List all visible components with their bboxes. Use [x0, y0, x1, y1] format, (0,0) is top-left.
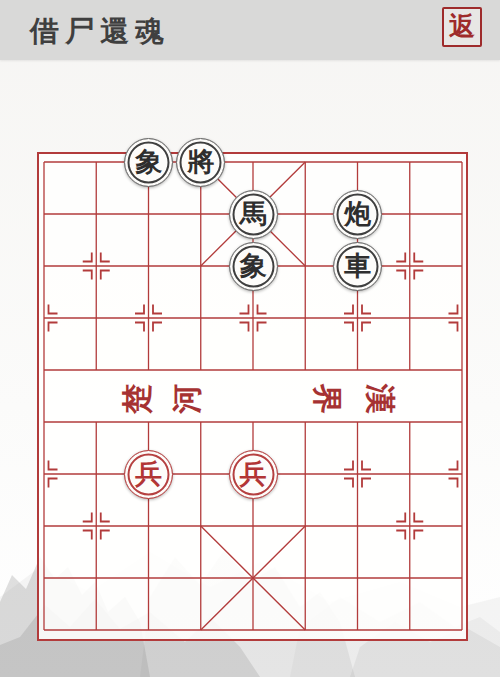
page-title: 借尸還魂 [30, 12, 170, 52]
piece-black-ju[interactable]: 車 [333, 242, 382, 291]
piece-red-bing[interactable]: 兵 [124, 450, 173, 499]
xiangqi-board[interactable]: 楚 河 界 漢 象將馬炮象車兵兵 [37, 152, 468, 641]
piece-black-xiang[interactable]: 象 [124, 138, 173, 187]
piece-red-bing[interactable]: 兵 [229, 450, 278, 499]
back-button[interactable]: 返 [442, 7, 482, 47]
page-background: 借尸還魂 返 楚 河 界 漢 象將馬炮象車兵兵 [0, 0, 500, 677]
piece-black-jiang[interactable]: 將 [176, 138, 225, 187]
piece-black-pao[interactable]: 炮 [333, 190, 382, 239]
piece-black-ma[interactable]: 馬 [229, 190, 278, 239]
pieces-grid: 象將馬炮象車兵兵 [18, 136, 488, 656]
header-bar: 借尸還魂 返 [0, 0, 500, 60]
piece-black-xiang[interactable]: 象 [229, 242, 278, 291]
